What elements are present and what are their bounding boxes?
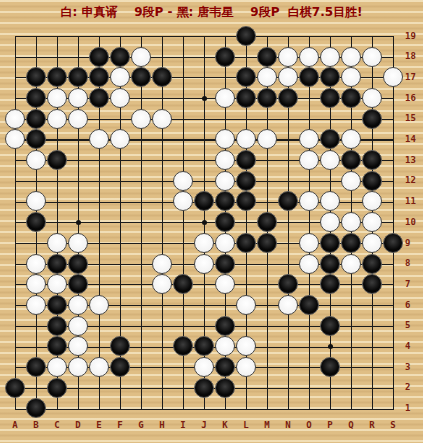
- board-point-O5[interactable]: [299, 315, 320, 336]
- board-point-S16[interactable]: [383, 88, 404, 109]
- board-point-Q11[interactable]: [341, 191, 362, 212]
- board-point-D8[interactable]: [68, 253, 89, 274]
- board-point-D2[interactable]: [68, 377, 89, 398]
- board-point-L1[interactable]: [236, 398, 257, 419]
- board-point-L14[interactable]: [236, 129, 257, 150]
- board-point-L16[interactable]: [236, 88, 257, 109]
- board-point-J1[interactable]: [194, 398, 215, 419]
- board-point-F7[interactable]: [110, 274, 131, 295]
- board-point-O12[interactable]: [299, 170, 320, 191]
- board-point-I12[interactable]: [173, 170, 194, 191]
- board-point-C3[interactable]: [47, 357, 68, 378]
- board-point-A11[interactable]: [5, 191, 26, 212]
- board-point-R10[interactable]: [362, 212, 383, 233]
- board-point-R4[interactable]: [362, 336, 383, 357]
- board-point-B3[interactable]: [26, 357, 47, 378]
- board-point-C9[interactable]: [47, 233, 68, 254]
- board-point-J4[interactable]: [194, 336, 215, 357]
- board-point-F8[interactable]: [110, 253, 131, 274]
- board-point-S15[interactable]: [383, 108, 404, 129]
- board-point-D9[interactable]: [68, 233, 89, 254]
- board-point-D3[interactable]: [68, 357, 89, 378]
- board-point-F3[interactable]: [110, 357, 131, 378]
- board-point-N13[interactable]: [278, 150, 299, 171]
- board-point-I7[interactable]: [173, 274, 194, 295]
- board-point-C16[interactable]: [47, 88, 68, 109]
- board-point-H18[interactable]: [152, 46, 173, 67]
- board-point-D12[interactable]: [68, 170, 89, 191]
- board-point-G17[interactable]: [131, 67, 152, 88]
- board-point-E14[interactable]: [89, 129, 110, 150]
- board-point-I6[interactable]: [173, 295, 194, 316]
- board-point-B12[interactable]: [26, 170, 47, 191]
- board-point-L2[interactable]: [236, 377, 257, 398]
- board-point-C14[interactable]: [47, 129, 68, 150]
- board-point-P10[interactable]: [320, 212, 341, 233]
- board-point-J7[interactable]: [194, 274, 215, 295]
- board-point-H15[interactable]: [152, 108, 173, 129]
- board-point-I19[interactable]: [173, 26, 194, 47]
- board-point-E7[interactable]: [89, 274, 110, 295]
- board-point-L17[interactable]: [236, 67, 257, 88]
- board-point-B16[interactable]: [26, 88, 47, 109]
- board-point-L13[interactable]: [236, 150, 257, 171]
- board-point-M1[interactable]: [257, 398, 278, 419]
- board-point-I10[interactable]: [173, 212, 194, 233]
- board-point-M7[interactable]: [257, 274, 278, 295]
- board-point-F17[interactable]: [110, 67, 131, 88]
- board-point-P14[interactable]: [320, 129, 341, 150]
- board-point-O9[interactable]: [299, 233, 320, 254]
- board-point-K4[interactable]: [215, 336, 236, 357]
- board-point-H17[interactable]: [152, 67, 173, 88]
- board-point-L9[interactable]: [236, 233, 257, 254]
- board-point-M14[interactable]: [257, 129, 278, 150]
- board-point-S3[interactable]: [383, 357, 404, 378]
- board-point-H5[interactable]: [152, 315, 173, 336]
- board-point-S14[interactable]: [383, 129, 404, 150]
- board-point-B18[interactable]: [26, 46, 47, 67]
- board-point-L7[interactable]: [236, 274, 257, 295]
- board-point-N7[interactable]: [278, 274, 299, 295]
- board-point-R9[interactable]: [362, 233, 383, 254]
- board-point-A17[interactable]: [5, 67, 26, 88]
- board-point-P4[interactable]: [320, 336, 341, 357]
- board-point-F11[interactable]: [110, 191, 131, 212]
- board-point-J18[interactable]: [194, 46, 215, 67]
- board-point-Q1[interactable]: [341, 398, 362, 419]
- board-point-F10[interactable]: [110, 212, 131, 233]
- board-point-F4[interactable]: [110, 336, 131, 357]
- board-point-A19[interactable]: [5, 26, 26, 47]
- board-point-Q13[interactable]: [341, 150, 362, 171]
- board-point-A4[interactable]: [5, 336, 26, 357]
- board-point-K13[interactable]: [215, 150, 236, 171]
- board-point-K10[interactable]: [215, 212, 236, 233]
- board-point-K1[interactable]: [215, 398, 236, 419]
- board-point-A3[interactable]: [5, 357, 26, 378]
- board-point-H19[interactable]: [152, 26, 173, 47]
- board-point-P15[interactable]: [320, 108, 341, 129]
- board-point-Q6[interactable]: [341, 295, 362, 316]
- board-point-L15[interactable]: [236, 108, 257, 129]
- board-point-K12[interactable]: [215, 170, 236, 191]
- board-point-L10[interactable]: [236, 212, 257, 233]
- board-point-C19[interactable]: [47, 26, 68, 47]
- board-point-D13[interactable]: [68, 150, 89, 171]
- board-point-S11[interactable]: [383, 191, 404, 212]
- board-point-R2[interactable]: [362, 377, 383, 398]
- board-point-Q5[interactable]: [341, 315, 362, 336]
- board-point-I5[interactable]: [173, 315, 194, 336]
- board-point-D15[interactable]: [68, 108, 89, 129]
- board-point-O16[interactable]: [299, 88, 320, 109]
- board-point-I1[interactable]: [173, 398, 194, 419]
- board-point-Q18[interactable]: [341, 46, 362, 67]
- board-point-E10[interactable]: [89, 212, 110, 233]
- board-point-N15[interactable]: [278, 108, 299, 129]
- board-point-N4[interactable]: [278, 336, 299, 357]
- board-point-K2[interactable]: [215, 377, 236, 398]
- board-point-M6[interactable]: [257, 295, 278, 316]
- board-point-N19[interactable]: [278, 26, 299, 47]
- board-point-E2[interactable]: [89, 377, 110, 398]
- board-point-F9[interactable]: [110, 233, 131, 254]
- board-point-P12[interactable]: [320, 170, 341, 191]
- board-point-F18[interactable]: [110, 46, 131, 67]
- board-point-N17[interactable]: [278, 67, 299, 88]
- board-point-K15[interactable]: [215, 108, 236, 129]
- board-point-Q12[interactable]: [341, 170, 362, 191]
- board-point-G5[interactable]: [131, 315, 152, 336]
- board-point-S4[interactable]: [383, 336, 404, 357]
- board-point-H16[interactable]: [152, 88, 173, 109]
- board-point-I11[interactable]: [173, 191, 194, 212]
- board-point-O3[interactable]: [299, 357, 320, 378]
- board-point-M19[interactable]: [257, 26, 278, 47]
- board-point-Q7[interactable]: [341, 274, 362, 295]
- board-point-G11[interactable]: [131, 191, 152, 212]
- board-point-D6[interactable]: [68, 295, 89, 316]
- board-point-J19[interactable]: [194, 26, 215, 47]
- board-point-I9[interactable]: [173, 233, 194, 254]
- board-point-R16[interactable]: [362, 88, 383, 109]
- board-point-Q19[interactable]: [341, 26, 362, 47]
- board-point-M17[interactable]: [257, 67, 278, 88]
- board-point-M18[interactable]: [257, 46, 278, 67]
- board-point-L3[interactable]: [236, 357, 257, 378]
- board-point-S17[interactable]: [383, 67, 404, 88]
- board-point-A6[interactable]: [5, 295, 26, 316]
- board-point-N2[interactable]: [278, 377, 299, 398]
- board-point-C5[interactable]: [47, 315, 68, 336]
- board-point-C10[interactable]: [47, 212, 68, 233]
- board-point-R8[interactable]: [362, 253, 383, 274]
- board-point-B19[interactable]: [26, 26, 47, 47]
- board-point-R1[interactable]: [362, 398, 383, 419]
- board-point-K16[interactable]: [215, 88, 236, 109]
- board-point-F2[interactable]: [110, 377, 131, 398]
- board-point-A5[interactable]: [5, 315, 26, 336]
- board-point-Q16[interactable]: [341, 88, 362, 109]
- board-point-D17[interactable]: [68, 67, 89, 88]
- board-point-N8[interactable]: [278, 253, 299, 274]
- board-point-R11[interactable]: [362, 191, 383, 212]
- board-point-Q9[interactable]: [341, 233, 362, 254]
- board-point-M12[interactable]: [257, 170, 278, 191]
- board-point-P11[interactable]: [320, 191, 341, 212]
- board-point-R6[interactable]: [362, 295, 383, 316]
- board-point-F14[interactable]: [110, 129, 131, 150]
- board-point-I16[interactable]: [173, 88, 194, 109]
- board-point-L4[interactable]: [236, 336, 257, 357]
- board-point-B6[interactable]: [26, 295, 47, 316]
- board-point-J10[interactable]: [194, 212, 215, 233]
- board-point-K9[interactable]: [215, 233, 236, 254]
- board-point-F15[interactable]: [110, 108, 131, 129]
- board-point-N6[interactable]: [278, 295, 299, 316]
- board-point-N9[interactable]: [278, 233, 299, 254]
- board-point-P1[interactable]: [320, 398, 341, 419]
- board-point-J8[interactable]: [194, 253, 215, 274]
- board-point-M3[interactable]: [257, 357, 278, 378]
- board-point-J15[interactable]: [194, 108, 215, 129]
- board-point-M13[interactable]: [257, 150, 278, 171]
- board-point-E16[interactable]: [89, 88, 110, 109]
- board-point-M5[interactable]: [257, 315, 278, 336]
- board-point-M15[interactable]: [257, 108, 278, 129]
- board-point-R19[interactable]: [362, 26, 383, 47]
- board-point-E1[interactable]: [89, 398, 110, 419]
- board-point-Q15[interactable]: [341, 108, 362, 129]
- board-point-G1[interactable]: [131, 398, 152, 419]
- board-point-E15[interactable]: [89, 108, 110, 129]
- board-point-I8[interactable]: [173, 253, 194, 274]
- board-point-S19[interactable]: [383, 26, 404, 47]
- board-point-Q10[interactable]: [341, 212, 362, 233]
- board-point-M16[interactable]: [257, 88, 278, 109]
- board-point-I4[interactable]: [173, 336, 194, 357]
- board-point-A1[interactable]: [5, 398, 26, 419]
- board-point-C18[interactable]: [47, 46, 68, 67]
- board-point-L8[interactable]: [236, 253, 257, 274]
- board-point-H11[interactable]: [152, 191, 173, 212]
- board-point-N1[interactable]: [278, 398, 299, 419]
- board-point-G15[interactable]: [131, 108, 152, 129]
- board-point-I3[interactable]: [173, 357, 194, 378]
- board-point-O15[interactable]: [299, 108, 320, 129]
- board-point-I15[interactable]: [173, 108, 194, 129]
- board-point-N12[interactable]: [278, 170, 299, 191]
- board-point-K5[interactable]: [215, 315, 236, 336]
- board-point-N5[interactable]: [278, 315, 299, 336]
- board-point-H12[interactable]: [152, 170, 173, 191]
- board-point-J6[interactable]: [194, 295, 215, 316]
- board-point-H14[interactable]: [152, 129, 173, 150]
- board-point-P16[interactable]: [320, 88, 341, 109]
- board-point-F1[interactable]: [110, 398, 131, 419]
- board-point-P3[interactable]: [320, 357, 341, 378]
- board-point-G16[interactable]: [131, 88, 152, 109]
- board-point-D4[interactable]: [68, 336, 89, 357]
- board-point-D16[interactable]: [68, 88, 89, 109]
- board-point-O17[interactable]: [299, 67, 320, 88]
- board-point-K17[interactable]: [215, 67, 236, 88]
- board-point-H4[interactable]: [152, 336, 173, 357]
- board-point-Q8[interactable]: [341, 253, 362, 274]
- board-point-A2[interactable]: [5, 377, 26, 398]
- board-point-S13[interactable]: [383, 150, 404, 171]
- board-point-J17[interactable]: [194, 67, 215, 88]
- board-point-O6[interactable]: [299, 295, 320, 316]
- board-point-D11[interactable]: [68, 191, 89, 212]
- board-point-J14[interactable]: [194, 129, 215, 150]
- board-point-S8[interactable]: [383, 253, 404, 274]
- board-point-L12[interactable]: [236, 170, 257, 191]
- board-point-I18[interactable]: [173, 46, 194, 67]
- board-point-N16[interactable]: [278, 88, 299, 109]
- board-point-B13[interactable]: [26, 150, 47, 171]
- board-point-F6[interactable]: [110, 295, 131, 316]
- board-point-R5[interactable]: [362, 315, 383, 336]
- board-point-H7[interactable]: [152, 274, 173, 295]
- board-point-G9[interactable]: [131, 233, 152, 254]
- board-point-D5[interactable]: [68, 315, 89, 336]
- board-point-B17[interactable]: [26, 67, 47, 88]
- board-point-G3[interactable]: [131, 357, 152, 378]
- board-point-N11[interactable]: [278, 191, 299, 212]
- board-point-P13[interactable]: [320, 150, 341, 171]
- board-point-M9[interactable]: [257, 233, 278, 254]
- board-point-H1[interactable]: [152, 398, 173, 419]
- board-point-A15[interactable]: [5, 108, 26, 129]
- board-point-E12[interactable]: [89, 170, 110, 191]
- board-point-E13[interactable]: [89, 150, 110, 171]
- board-point-G12[interactable]: [131, 170, 152, 191]
- board-point-C8[interactable]: [47, 253, 68, 274]
- board-point-H6[interactable]: [152, 295, 173, 316]
- board-point-E19[interactable]: [89, 26, 110, 47]
- board-point-E18[interactable]: [89, 46, 110, 67]
- board-point-C6[interactable]: [47, 295, 68, 316]
- board-point-E17[interactable]: [89, 67, 110, 88]
- board-point-A7[interactable]: [5, 274, 26, 295]
- board-point-H13[interactable]: [152, 150, 173, 171]
- board-point-A14[interactable]: [5, 129, 26, 150]
- board-point-A10[interactable]: [5, 212, 26, 233]
- board-point-G2[interactable]: [131, 377, 152, 398]
- board-point-S1[interactable]: [383, 398, 404, 419]
- board-point-B1[interactable]: [26, 398, 47, 419]
- board-point-O18[interactable]: [299, 46, 320, 67]
- board-point-D7[interactable]: [68, 274, 89, 295]
- board-point-A12[interactable]: [5, 170, 26, 191]
- board-point-C4[interactable]: [47, 336, 68, 357]
- board-point-B14[interactable]: [26, 129, 47, 150]
- board-point-H2[interactable]: [152, 377, 173, 398]
- board-point-C15[interactable]: [47, 108, 68, 129]
- board-point-K8[interactable]: [215, 253, 236, 274]
- board-point-C13[interactable]: [47, 150, 68, 171]
- board-point-C2[interactable]: [47, 377, 68, 398]
- board-point-J9[interactable]: [194, 233, 215, 254]
- board-point-G19[interactable]: [131, 26, 152, 47]
- board-point-D10[interactable]: [68, 212, 89, 233]
- board-point-R17[interactable]: [362, 67, 383, 88]
- board-point-A13[interactable]: [5, 150, 26, 171]
- board-point-P8[interactable]: [320, 253, 341, 274]
- board-point-C1[interactable]: [47, 398, 68, 419]
- board-point-L11[interactable]: [236, 191, 257, 212]
- board-point-J12[interactable]: [194, 170, 215, 191]
- board-point-S10[interactable]: [383, 212, 404, 233]
- board-point-I2[interactable]: [173, 377, 194, 398]
- board-point-S12[interactable]: [383, 170, 404, 191]
- board-point-O4[interactable]: [299, 336, 320, 357]
- board-point-M11[interactable]: [257, 191, 278, 212]
- board-point-F19[interactable]: [110, 26, 131, 47]
- board-point-J13[interactable]: [194, 150, 215, 171]
- board-point-R12[interactable]: [362, 170, 383, 191]
- board-point-M4[interactable]: [257, 336, 278, 357]
- board-point-A16[interactable]: [5, 88, 26, 109]
- board-point-O19[interactable]: [299, 26, 320, 47]
- board-point-J2[interactable]: [194, 377, 215, 398]
- board-point-A9[interactable]: [5, 233, 26, 254]
- board-point-Q17[interactable]: [341, 67, 362, 88]
- board-point-D18[interactable]: [68, 46, 89, 67]
- board-point-O7[interactable]: [299, 274, 320, 295]
- board-point-E3[interactable]: [89, 357, 110, 378]
- board-point-F13[interactable]: [110, 150, 131, 171]
- board-point-R15[interactable]: [362, 108, 383, 129]
- board-point-R7[interactable]: [362, 274, 383, 295]
- board-point-O1[interactable]: [299, 398, 320, 419]
- board-point-J3[interactable]: [194, 357, 215, 378]
- board-point-Q4[interactable]: [341, 336, 362, 357]
- board-point-G8[interactable]: [131, 253, 152, 274]
- board-point-E8[interactable]: [89, 253, 110, 274]
- board-point-C12[interactable]: [47, 170, 68, 191]
- board-point-H3[interactable]: [152, 357, 173, 378]
- board-point-C11[interactable]: [47, 191, 68, 212]
- board-point-F5[interactable]: [110, 315, 131, 336]
- board-point-F12[interactable]: [110, 170, 131, 191]
- board-point-S5[interactable]: [383, 315, 404, 336]
- board-point-K18[interactable]: [215, 46, 236, 67]
- board-point-G7[interactable]: [131, 274, 152, 295]
- board-point-F16[interactable]: [110, 88, 131, 109]
- board-point-B9[interactable]: [26, 233, 47, 254]
- board-point-H8[interactable]: [152, 253, 173, 274]
- board-point-N18[interactable]: [278, 46, 299, 67]
- board-point-S2[interactable]: [383, 377, 404, 398]
- board-point-K7[interactable]: [215, 274, 236, 295]
- board-point-G6[interactable]: [131, 295, 152, 316]
- board-point-R14[interactable]: [362, 129, 383, 150]
- board-point-P7[interactable]: [320, 274, 341, 295]
- board-point-B2[interactable]: [26, 377, 47, 398]
- board-point-G10[interactable]: [131, 212, 152, 233]
- board-point-S18[interactable]: [383, 46, 404, 67]
- board-point-I13[interactable]: [173, 150, 194, 171]
- board-point-E11[interactable]: [89, 191, 110, 212]
- board-point-O10[interactable]: [299, 212, 320, 233]
- board-point-J11[interactable]: [194, 191, 215, 212]
- board-point-I17[interactable]: [173, 67, 194, 88]
- board-point-H9[interactable]: [152, 233, 173, 254]
- board-point-N10[interactable]: [278, 212, 299, 233]
